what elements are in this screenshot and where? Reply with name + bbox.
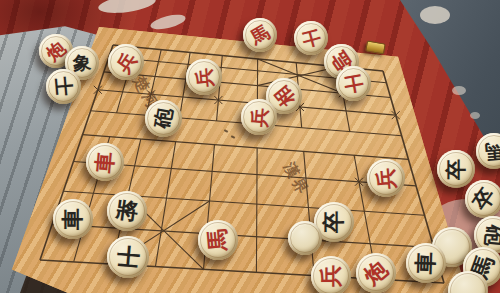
xiangqi-piece-black-chariot[interactable]: 車 — [406, 243, 446, 283]
xiangqi-piece-red-soldier[interactable]: 兵 — [108, 44, 144, 80]
xiangqi-piece-red-soldier[interactable]: 兵 — [241, 99, 277, 135]
xiangqi-piece-red-soldier[interactable]: 兵 — [186, 59, 222, 95]
piece-character: 將 — [115, 199, 140, 224]
xiangqi-piece-red-cannon[interactable]: 炮 — [356, 253, 396, 293]
xiangqi-piece-red-chariot[interactable]: 車 — [86, 143, 124, 181]
xiangqi-piece-black-general[interactable]: 將 — [107, 191, 147, 231]
piece-character: 馬 — [206, 228, 230, 252]
piece-character: 士 — [53, 76, 74, 97]
piece-character: 兵 — [249, 107, 270, 128]
xiangqi-piece-black-soldier[interactable]: 卒 — [437, 150, 475, 188]
piece-character: 相 — [271, 83, 298, 110]
xiangqi-piece-red-horse[interactable]: 馬 — [198, 220, 238, 260]
piece-character: 卒 — [323, 211, 345, 233]
piece-character: 兵 — [113, 49, 139, 75]
photo-scene: 楚河 漢界 馬士帥士兵兵相兵砲車兵將車卒馬士炮象士卒馬卒砲馬兵炮車 — [0, 0, 500, 293]
xiangqi-piece-red-advisor[interactable]: 士 — [294, 21, 328, 55]
xiangqi-piece-red-advisor[interactable]: 士 — [336, 66, 371, 101]
xiangqi-piece-red-soldier[interactable]: 兵 — [367, 159, 405, 197]
piece-character: 兵 — [375, 167, 398, 190]
piece-character: 士 — [300, 27, 322, 49]
xiangqi-piece-black-advisor[interactable]: 士 — [107, 236, 149, 278]
piece-character: 卒 — [446, 159, 467, 180]
xiangqi-piece-black-soldier[interactable]: 卒 — [465, 180, 500, 218]
piece-character: 馬 — [484, 141, 500, 162]
piece-character: 車 — [62, 208, 84, 230]
piece-character: 兵 — [320, 265, 342, 287]
xiangqi-piece-blank-piece[interactable] — [288, 221, 322, 255]
piece-character: 砲 — [151, 106, 174, 129]
piece-character: 車 — [94, 151, 117, 174]
piece-character: 卒 — [469, 184, 498, 213]
piece-character: 車 — [415, 252, 438, 275]
xiangqi-piece-red-soldier[interactable]: 兵 — [311, 256, 351, 293]
piece-character: 馬 — [248, 23, 273, 48]
piece-character: 象 — [72, 53, 92, 73]
xiangqi-piece-red-horse[interactable]: 馬 — [243, 18, 277, 52]
piece-character: 砲 — [482, 224, 500, 247]
piece-character: 士 — [342, 72, 364, 94]
xiangqi-piece-black-advisor[interactable]: 士 — [46, 69, 81, 104]
piece-character: 炮 — [361, 258, 392, 289]
piece-character: 士 — [116, 245, 141, 270]
piece-character: 兵 — [194, 67, 215, 88]
xiangqi-piece-black-cannon[interactable]: 砲 — [145, 100, 182, 137]
xiangqi-piece-black-chariot[interactable]: 車 — [53, 199, 93, 239]
